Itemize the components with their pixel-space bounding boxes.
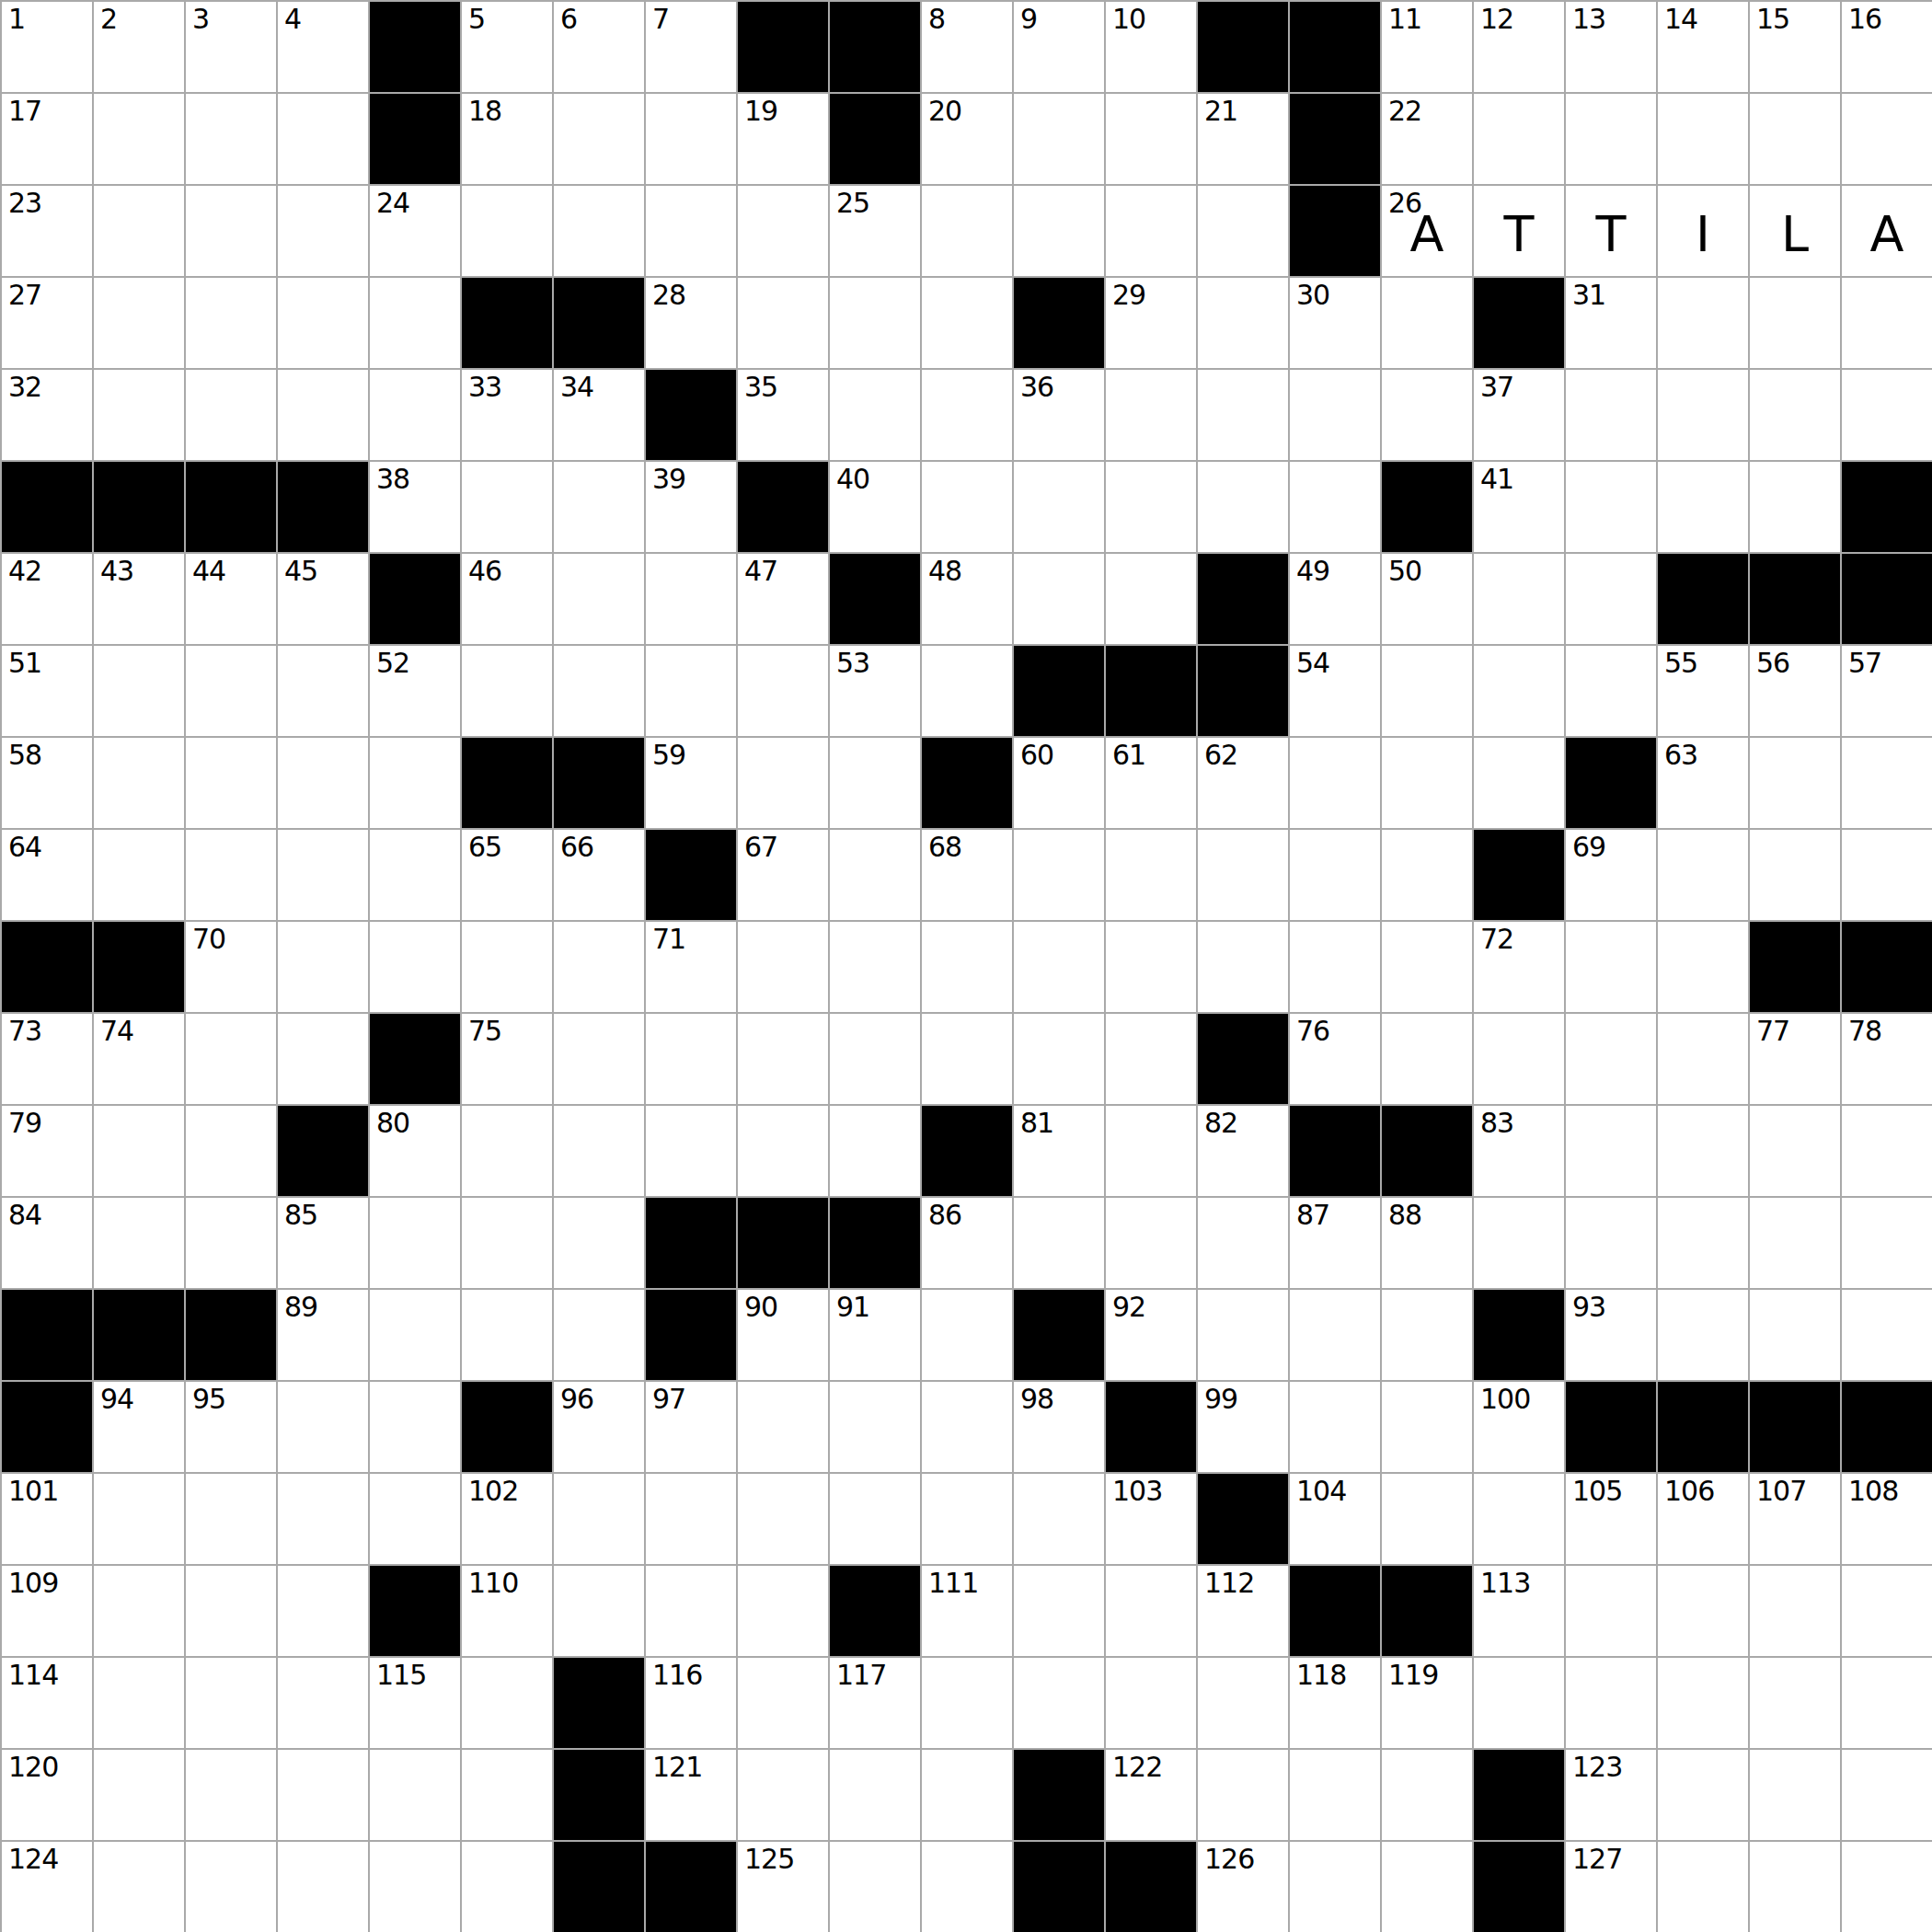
cell-r1c2[interactable]: 2 [94,2,186,94]
cell-r14c6[interactable] [462,1198,554,1290]
cell-r1c8[interactable]: 7 [646,2,738,94]
cell-r4c16[interactable] [1382,278,1474,370]
cell-r3c5[interactable]: 24 [370,186,462,278]
cell-r8c17[interactable] [1474,646,1566,738]
cell-r17c16[interactable] [1382,1474,1474,1566]
cell-r15c13[interactable]: 92 [1106,1290,1198,1382]
cell-r17c3[interactable] [186,1474,278,1566]
cell-r19c14[interactable] [1198,1658,1290,1750]
cell-r13c13[interactable] [1106,1106,1198,1198]
cell-r7c15[interactable]: 49 [1290,554,1382,646]
cell-r17c21[interactable]: 108 [1842,1474,1932,1566]
cell-r3c18[interactable]: T [1566,186,1658,278]
cell-r20c10[interactable] [830,1750,922,1842]
cell-r18c18[interactable] [1566,1566,1658,1658]
cell-r11c4[interactable] [278,922,370,1014]
cell-r2c14[interactable]: 21 [1198,94,1290,186]
cell-r4c11[interactable] [922,278,1014,370]
cell-r3c14[interactable] [1198,186,1290,278]
cell-r7c9[interactable]: 47 [738,554,830,646]
cell-r4c21[interactable] [1842,278,1932,370]
cell-r12c11[interactable] [922,1014,1014,1106]
cell-r20c5[interactable] [370,1750,462,1842]
cell-r1c11[interactable]: 8 [922,2,1014,94]
cell-r21c14[interactable]: 126 [1198,1842,1290,1932]
cell-r15c14[interactable] [1198,1290,1290,1382]
cell-r17c15[interactable]: 104 [1290,1474,1382,1566]
cell-r17c18[interactable]: 105 [1566,1474,1658,1566]
cell-r20c21[interactable] [1842,1750,1932,1842]
cell-r10c9[interactable]: 67 [738,830,830,922]
cell-r6c20[interactable] [1750,462,1842,554]
cell-r5c2[interactable] [94,370,186,462]
cell-r17c19[interactable]: 106 [1658,1474,1750,1566]
cell-r18c9[interactable] [738,1566,830,1658]
cell-r21c19[interactable] [1658,1842,1750,1932]
cell-r14c13[interactable] [1106,1198,1198,1290]
cell-r5c1[interactable]: 32 [2,370,94,462]
cell-r5c18[interactable] [1566,370,1658,462]
cell-r5c4[interactable] [278,370,370,462]
cell-r12c2[interactable]: 74 [94,1014,186,1106]
cell-r1c12[interactable]: 9 [1014,2,1106,94]
cell-r9c4[interactable] [278,738,370,830]
cell-r15c4[interactable]: 89 [278,1290,370,1382]
cell-r4c5[interactable] [370,278,462,370]
cell-r1c13[interactable]: 10 [1106,2,1198,94]
cell-r3c17[interactable]: T [1474,186,1566,278]
cell-r19c2[interactable] [94,1658,186,1750]
cell-r19c20[interactable] [1750,1658,1842,1750]
cell-r3c7[interactable] [554,186,646,278]
cell-r7c3[interactable]: 44 [186,554,278,646]
cell-r13c5[interactable]: 80 [370,1106,462,1198]
cell-r9c5[interactable] [370,738,462,830]
cell-r14c20[interactable] [1750,1198,1842,1290]
cell-r6c13[interactable] [1106,462,1198,554]
cell-r14c5[interactable] [370,1198,462,1290]
cell-r14c17[interactable] [1474,1198,1566,1290]
cell-r9c16[interactable] [1382,738,1474,830]
cell-r12c20[interactable]: 77 [1750,1014,1842,1106]
cell-r3c1[interactable]: 23 [2,186,94,278]
cell-r8c10[interactable]: 53 [830,646,922,738]
cell-r9c12[interactable]: 60 [1014,738,1106,830]
cell-r17c7[interactable] [554,1474,646,1566]
cell-r17c9[interactable] [738,1474,830,1566]
cell-r6c15[interactable] [1290,462,1382,554]
cell-r5c9[interactable]: 35 [738,370,830,462]
cell-r18c3[interactable] [186,1566,278,1658]
cell-r14c11[interactable]: 86 [922,1198,1014,1290]
cell-r8c18[interactable] [1566,646,1658,738]
cell-r17c12[interactable] [1014,1474,1106,1566]
cell-r18c14[interactable]: 112 [1198,1566,1290,1658]
cell-r6c5[interactable]: 38 [370,462,462,554]
cell-r5c3[interactable] [186,370,278,462]
cell-r10c16[interactable] [1382,830,1474,922]
cell-r12c3[interactable] [186,1014,278,1106]
cell-r18c21[interactable] [1842,1566,1932,1658]
cell-r10c12[interactable] [1014,830,1106,922]
cell-r3c8[interactable] [646,186,738,278]
cell-r9c21[interactable] [1842,738,1932,830]
cell-r3c9[interactable] [738,186,830,278]
cell-r4c19[interactable] [1658,278,1750,370]
cell-r4c4[interactable] [278,278,370,370]
cell-r12c4[interactable] [278,1014,370,1106]
cell-r19c9[interactable] [738,1658,830,1750]
cell-r13c17[interactable]: 83 [1474,1106,1566,1198]
cell-r4c18[interactable]: 31 [1566,278,1658,370]
cell-r11c7[interactable] [554,922,646,1014]
cell-r18c11[interactable]: 111 [922,1566,1014,1658]
cell-r5c11[interactable] [922,370,1014,462]
cell-r14c21[interactable] [1842,1198,1932,1290]
cell-r18c13[interactable] [1106,1566,1198,1658]
cell-r14c4[interactable]: 85 [278,1198,370,1290]
cell-r12c8[interactable] [646,1014,738,1106]
cell-r3c3[interactable] [186,186,278,278]
cell-r12c17[interactable] [1474,1014,1566,1106]
cell-r9c1[interactable]: 58 [2,738,94,830]
cell-r9c17[interactable] [1474,738,1566,830]
cell-r9c2[interactable] [94,738,186,830]
cell-r1c6[interactable]: 5 [462,2,554,94]
cell-r21c10[interactable] [830,1842,922,1932]
cell-r11c17[interactable]: 72 [1474,922,1566,1014]
cell-r4c9[interactable] [738,278,830,370]
cell-r21c1[interactable]: 124 [2,1842,94,1932]
cell-r4c20[interactable] [1750,278,1842,370]
cell-r11c9[interactable] [738,922,830,1014]
cell-r15c20[interactable] [1750,1290,1842,1382]
cell-r12c15[interactable]: 76 [1290,1014,1382,1106]
cell-r21c4[interactable] [278,1842,370,1932]
cell-r2c7[interactable] [554,94,646,186]
cell-r14c3[interactable] [186,1198,278,1290]
cell-r3c2[interactable] [94,186,186,278]
cell-r2c17[interactable] [1474,94,1566,186]
cell-r4c3[interactable] [186,278,278,370]
cell-r12c12[interactable] [1014,1014,1106,1106]
cell-r3c16[interactable]: 26A [1382,186,1474,278]
cell-r3c10[interactable]: 25 [830,186,922,278]
cell-r6c12[interactable] [1014,462,1106,554]
cell-r19c8[interactable]: 116 [646,1658,738,1750]
cell-r1c20[interactable]: 15 [1750,2,1842,94]
cell-r8c20[interactable]: 56 [1750,646,1842,738]
cell-r13c2[interactable] [94,1106,186,1198]
cell-r10c13[interactable] [1106,830,1198,922]
cell-r3c21[interactable]: A [1842,186,1932,278]
cell-r11c12[interactable] [1014,922,1106,1014]
cell-r13c14[interactable]: 82 [1198,1106,1290,1198]
cell-r5c13[interactable] [1106,370,1198,462]
cell-r10c7[interactable]: 66 [554,830,646,922]
cell-r7c7[interactable] [554,554,646,646]
cell-r7c1[interactable]: 42 [2,554,94,646]
cell-r13c19[interactable] [1658,1106,1750,1198]
cell-r19c6[interactable] [462,1658,554,1750]
cell-r10c11[interactable]: 68 [922,830,1014,922]
cell-r21c6[interactable] [462,1842,554,1932]
cell-r14c15[interactable]: 87 [1290,1198,1382,1290]
cell-r16c4[interactable] [278,1382,370,1474]
cell-r20c4[interactable] [278,1750,370,1842]
cell-r1c1[interactable]: 1 [2,2,94,94]
cell-r15c16[interactable] [1382,1290,1474,1382]
cell-r2c4[interactable] [278,94,370,186]
cell-r5c10[interactable] [830,370,922,462]
cell-r19c21[interactable] [1842,1658,1932,1750]
cell-r4c10[interactable] [830,278,922,370]
cell-r1c17[interactable]: 12 [1474,2,1566,94]
cell-r16c10[interactable] [830,1382,922,1474]
cell-r1c3[interactable]: 3 [186,2,278,94]
cell-r11c5[interactable] [370,922,462,1014]
cell-r19c16[interactable]: 119 [1382,1658,1474,1750]
cell-r10c20[interactable] [1750,830,1842,922]
cell-r2c19[interactable] [1658,94,1750,186]
cell-r9c19[interactable]: 63 [1658,738,1750,830]
cell-r7c17[interactable] [1474,554,1566,646]
cell-r8c19[interactable]: 55 [1658,646,1750,738]
cell-r5c14[interactable] [1198,370,1290,462]
cell-r12c10[interactable] [830,1014,922,1106]
cell-r1c18[interactable]: 13 [1566,2,1658,94]
cell-r21c18[interactable]: 127 [1566,1842,1658,1932]
cell-r13c1[interactable]: 79 [2,1106,94,1198]
cell-r5c19[interactable] [1658,370,1750,462]
cell-r17c10[interactable] [830,1474,922,1566]
cell-r12c21[interactable]: 78 [1842,1014,1932,1106]
cell-r8c9[interactable] [738,646,830,738]
cell-r6c7[interactable] [554,462,646,554]
cell-r11c8[interactable]: 71 [646,922,738,1014]
cell-r6c17[interactable]: 41 [1474,462,1566,554]
cell-r8c15[interactable]: 54 [1290,646,1382,738]
cell-r2c12[interactable] [1014,94,1106,186]
cell-r11c6[interactable] [462,922,554,1014]
cell-r21c3[interactable] [186,1842,278,1932]
cell-r2c2[interactable] [94,94,186,186]
cell-r5c15[interactable] [1290,370,1382,462]
cell-r5c20[interactable] [1750,370,1842,462]
cell-r11c13[interactable] [1106,922,1198,1014]
cell-r19c1[interactable]: 114 [2,1658,94,1750]
cell-r19c12[interactable] [1014,1658,1106,1750]
cell-r21c20[interactable] [1750,1842,1842,1932]
cell-r2c1[interactable]: 17 [2,94,94,186]
cell-r2c13[interactable] [1106,94,1198,186]
cell-r10c21[interactable] [1842,830,1932,922]
cell-r4c2[interactable] [94,278,186,370]
cell-r15c19[interactable] [1658,1290,1750,1382]
cell-r12c6[interactable]: 75 [462,1014,554,1106]
cell-r16c15[interactable] [1290,1382,1382,1474]
cell-r4c13[interactable]: 29 [1106,278,1198,370]
cell-r10c3[interactable] [186,830,278,922]
cell-r20c16[interactable] [1382,1750,1474,1842]
cell-r17c1[interactable]: 101 [2,1474,94,1566]
cell-r1c19[interactable]: 14 [1658,2,1750,94]
cell-r12c18[interactable] [1566,1014,1658,1106]
cell-r4c1[interactable]: 27 [2,278,94,370]
cell-r16c8[interactable]: 97 [646,1382,738,1474]
cell-r16c11[interactable] [922,1382,1014,1474]
cell-r12c19[interactable] [1658,1014,1750,1106]
cell-r15c6[interactable] [462,1290,554,1382]
cell-r11c15[interactable] [1290,922,1382,1014]
cell-r6c19[interactable] [1658,462,1750,554]
cell-r3c20[interactable]: L [1750,186,1842,278]
cell-r16c16[interactable] [1382,1382,1474,1474]
cell-r1c4[interactable]: 4 [278,2,370,94]
cell-r13c9[interactable] [738,1106,830,1198]
cell-r19c19[interactable] [1658,1658,1750,1750]
cell-r19c5[interactable]: 115 [370,1658,462,1750]
cell-r12c16[interactable] [1382,1014,1474,1106]
cell-r18c20[interactable] [1750,1566,1842,1658]
cell-r4c8[interactable]: 28 [646,278,738,370]
cell-r17c2[interactable] [94,1474,186,1566]
cell-r20c18[interactable]: 123 [1566,1750,1658,1842]
cell-r2c3[interactable] [186,94,278,186]
cell-r14c18[interactable] [1566,1198,1658,1290]
cell-r16c5[interactable] [370,1382,462,1474]
cell-r16c14[interactable]: 99 [1198,1382,1290,1474]
cell-r11c19[interactable] [1658,922,1750,1014]
cell-r11c11[interactable] [922,922,1014,1014]
cell-r17c5[interactable] [370,1474,462,1566]
cell-r20c3[interactable] [186,1750,278,1842]
cell-r20c20[interactable] [1750,1750,1842,1842]
cell-r7c18[interactable] [1566,554,1658,646]
cell-r2c11[interactable]: 20 [922,94,1014,186]
cell-r18c17[interactable]: 113 [1474,1566,1566,1658]
cell-r16c9[interactable] [738,1382,830,1474]
cell-r8c11[interactable] [922,646,1014,738]
cell-r14c7[interactable] [554,1198,646,1290]
cell-r10c6[interactable]: 65 [462,830,554,922]
cell-r16c7[interactable]: 96 [554,1382,646,1474]
cell-r15c10[interactable]: 91 [830,1290,922,1382]
cell-r1c21[interactable]: 16 [1842,2,1932,94]
cell-r9c3[interactable] [186,738,278,830]
cell-r7c16[interactable]: 50 [1382,554,1474,646]
cell-r20c14[interactable] [1198,1750,1290,1842]
cell-r17c11[interactable] [922,1474,1014,1566]
cell-r18c1[interactable]: 109 [2,1566,94,1658]
cell-r9c9[interactable] [738,738,830,830]
cell-r2c20[interactable] [1750,94,1842,186]
cell-r14c12[interactable] [1014,1198,1106,1290]
cell-r2c8[interactable] [646,94,738,186]
cell-r3c6[interactable] [462,186,554,278]
cell-r18c4[interactable] [278,1566,370,1658]
cell-r10c1[interactable]: 64 [2,830,94,922]
cell-r5c17[interactable]: 37 [1474,370,1566,462]
cell-r13c18[interactable] [1566,1106,1658,1198]
cell-r5c6[interactable]: 33 [462,370,554,462]
cell-r8c3[interactable] [186,646,278,738]
cell-r11c10[interactable] [830,922,922,1014]
cell-r6c11[interactable] [922,462,1014,554]
cell-r9c20[interactable] [1750,738,1842,830]
cell-r2c16[interactable]: 22 [1382,94,1474,186]
cell-r8c1[interactable]: 51 [2,646,94,738]
cell-r5c12[interactable]: 36 [1014,370,1106,462]
cell-r11c16[interactable] [1382,922,1474,1014]
cell-r1c7[interactable]: 6 [554,2,646,94]
cell-r7c2[interactable]: 43 [94,554,186,646]
cell-r17c4[interactable] [278,1474,370,1566]
cell-r2c6[interactable]: 18 [462,94,554,186]
cell-r10c15[interactable] [1290,830,1382,922]
cell-r15c7[interactable] [554,1290,646,1382]
cell-r21c21[interactable] [1842,1842,1932,1932]
cell-r17c8[interactable] [646,1474,738,1566]
cell-r8c4[interactable] [278,646,370,738]
cell-r13c20[interactable] [1750,1106,1842,1198]
cell-r14c2[interactable] [94,1198,186,1290]
cell-r18c2[interactable] [94,1566,186,1658]
cell-r17c17[interactable] [1474,1474,1566,1566]
cell-r9c14[interactable]: 62 [1198,738,1290,830]
cell-r12c1[interactable]: 73 [2,1014,94,1106]
cell-r10c5[interactable] [370,830,462,922]
cell-r21c11[interactable] [922,1842,1014,1932]
cell-r17c6[interactable]: 102 [462,1474,554,1566]
cell-r6c6[interactable] [462,462,554,554]
cell-r3c4[interactable] [278,186,370,278]
cell-r13c21[interactable] [1842,1106,1932,1198]
cell-r19c13[interactable] [1106,1658,1198,1750]
cell-r14c1[interactable]: 84 [2,1198,94,1290]
cell-r8c5[interactable]: 52 [370,646,462,738]
cell-r7c8[interactable] [646,554,738,646]
cell-r15c9[interactable]: 90 [738,1290,830,1382]
cell-r20c2[interactable] [94,1750,186,1842]
cell-r19c3[interactable] [186,1658,278,1750]
cell-r6c10[interactable]: 40 [830,462,922,554]
cell-r16c2[interactable]: 94 [94,1382,186,1474]
cell-r18c6[interactable]: 110 [462,1566,554,1658]
cell-r21c2[interactable] [94,1842,186,1932]
cell-r12c7[interactable] [554,1014,646,1106]
cell-r20c15[interactable] [1290,1750,1382,1842]
cell-r20c9[interactable] [738,1750,830,1842]
cell-r7c12[interactable] [1014,554,1106,646]
cell-r9c10[interactable] [830,738,922,830]
cell-r7c11[interactable]: 48 [922,554,1014,646]
cell-r12c13[interactable] [1106,1014,1198,1106]
cell-r3c12[interactable] [1014,186,1106,278]
cell-r9c8[interactable]: 59 [646,738,738,830]
cell-r20c19[interactable] [1658,1750,1750,1842]
cell-r10c18[interactable]: 69 [1566,830,1658,922]
cell-r8c21[interactable]: 57 [1842,646,1932,738]
cell-r4c14[interactable] [1198,278,1290,370]
cell-r15c18[interactable]: 93 [1566,1290,1658,1382]
cell-r21c9[interactable]: 125 [738,1842,830,1932]
cell-r11c3[interactable]: 70 [186,922,278,1014]
cell-r19c17[interactable] [1474,1658,1566,1750]
cell-r7c13[interactable] [1106,554,1198,646]
cell-r11c18[interactable] [1566,922,1658,1014]
cell-r4c15[interactable]: 30 [1290,278,1382,370]
